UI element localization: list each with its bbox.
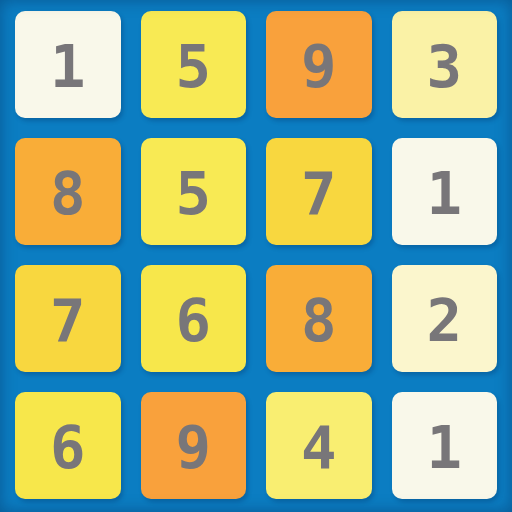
tile-value: 9 (301, 37, 337, 96)
tile-r4c4[interactable]: 1 (392, 392, 498, 499)
tile-value: 1 (426, 164, 462, 223)
tile-value: 7 (301, 164, 337, 223)
tile-r2c3[interactable]: 7 (266, 138, 372, 245)
tile-value: 1 (50, 37, 86, 96)
tile-r1c2[interactable]: 5 (141, 11, 247, 118)
tile-value: 6 (175, 291, 211, 350)
tile-value: 1 (426, 418, 462, 477)
tile-r2c2[interactable]: 5 (141, 138, 247, 245)
tile-r4c2[interactable]: 9 (141, 392, 247, 499)
tile-r1c3[interactable]: 9 (266, 11, 372, 118)
game-screen: 1593857176826941 (0, 0, 512, 512)
tile-value: 5 (175, 164, 211, 223)
tile-value: 6 (50, 418, 86, 477)
tile-value: 8 (301, 291, 337, 350)
tile-r4c3[interactable]: 4 (266, 392, 372, 499)
tile-r2c4[interactable]: 1 (392, 138, 498, 245)
tile-r3c1[interactable]: 7 (15, 265, 121, 372)
tile-r1c4[interactable]: 3 (392, 11, 498, 118)
tile-r3c2[interactable]: 6 (141, 265, 247, 372)
tile-r1c1[interactable]: 1 (15, 11, 121, 118)
tile-value: 4 (301, 418, 337, 477)
tile-value: 3 (426, 37, 462, 96)
tile-value: 9 (175, 418, 211, 477)
tile-r2c1[interactable]: 8 (15, 138, 121, 245)
tile-value: 8 (50, 164, 86, 223)
puzzle-board: 1593857176826941 (0, 0, 512, 512)
tile-value: 7 (50, 291, 86, 350)
tile-r3c4[interactable]: 2 (392, 265, 498, 372)
tile-value: 5 (175, 37, 211, 96)
tile-r3c3[interactable]: 8 (266, 265, 372, 372)
tile-value: 2 (426, 291, 462, 350)
tile-r4c1[interactable]: 6 (15, 392, 121, 499)
